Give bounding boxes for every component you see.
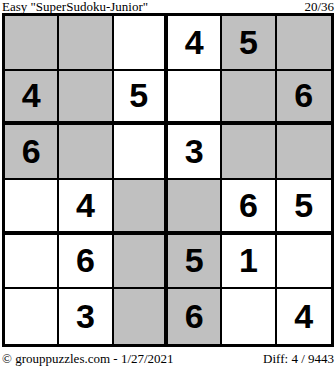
- puzzle-page: Easy "SuperSudoku-Junior" 20/36 45456634…: [0, 0, 336, 370]
- cell-r6c5[interactable]: [222, 289, 276, 344]
- cell-r1c1[interactable]: [5, 16, 59, 71]
- cell-r3c3[interactable]: [114, 125, 168, 180]
- cell-r2c6[interactable]: 6: [277, 71, 331, 126]
- cell-r4c1[interactable]: [5, 180, 59, 235]
- cell-r1c4[interactable]: 4: [168, 16, 222, 71]
- cell-r5c5[interactable]: 1: [222, 235, 276, 290]
- cell-r6c6[interactable]: 4: [277, 289, 331, 344]
- header: Easy "SuperSudoku-Junior" 20/36: [2, 0, 334, 13]
- cell-r6c4[interactable]: 6: [168, 289, 222, 344]
- cell-r2c3[interactable]: 5: [114, 71, 168, 126]
- cell-r4c5[interactable]: 6: [222, 180, 276, 235]
- cell-r1c5[interactable]: 5: [222, 16, 276, 71]
- cell-r6c2[interactable]: 3: [59, 289, 113, 344]
- cell-r1c3[interactable]: [114, 16, 168, 71]
- cell-r5c3[interactable]: [114, 235, 168, 290]
- cell-r2c1[interactable]: 4: [5, 71, 59, 126]
- puzzle-title: Easy "SuperSudoku-Junior": [2, 0, 148, 13]
- cell-r3c2[interactable]: [59, 125, 113, 180]
- cell-r4c6[interactable]: 5: [277, 180, 331, 235]
- cell-r6c3[interactable]: [114, 289, 168, 344]
- copyright-text: © grouppuzzles.com - 1/27/2021: [2, 352, 174, 366]
- cell-r3c5[interactable]: [222, 125, 276, 180]
- cell-r4c4[interactable]: [168, 180, 222, 235]
- cell-r6c1[interactable]: [5, 289, 59, 344]
- cell-r5c4[interactable]: 5: [168, 235, 222, 290]
- cell-r5c1[interactable]: [5, 235, 59, 290]
- cell-r3c4[interactable]: 3: [168, 125, 222, 180]
- cell-r1c2[interactable]: [59, 16, 113, 71]
- cell-r3c1[interactable]: 6: [5, 125, 59, 180]
- cell-r2c4[interactable]: [168, 71, 222, 126]
- cell-r2c2[interactable]: [59, 71, 113, 126]
- puzzle-counter: 20/36: [304, 0, 334, 13]
- cell-r5c2[interactable]: 6: [59, 235, 113, 290]
- sudoku-board: 4545663465651364: [2, 13, 334, 347]
- cell-r4c3[interactable]: [114, 180, 168, 235]
- cell-r5c6[interactable]: [277, 235, 331, 290]
- footer: © grouppuzzles.com - 1/27/2021 Diff: 4 /…: [2, 352, 334, 366]
- cell-r3c6[interactable]: [277, 125, 331, 180]
- difficulty-text: Diff: 4 / 9443: [263, 352, 334, 366]
- cell-r4c2[interactable]: 4: [59, 180, 113, 235]
- cell-r1c6[interactable]: [277, 16, 331, 71]
- cell-r2c5[interactable]: [222, 71, 276, 126]
